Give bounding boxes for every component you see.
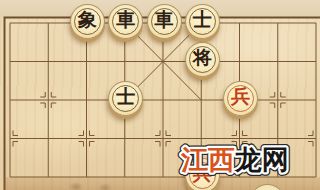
xiangqi-board[interactable]: 象車車士将士兵兵 江西 龙网 江西 龙网 [0, 0, 320, 190]
watermark-text-red: 江西 [180, 144, 235, 175]
watermark-text-black: 龙网 [234, 144, 289, 175]
watermark: 江西 龙网 江西 龙网 [0, 0, 320, 190]
